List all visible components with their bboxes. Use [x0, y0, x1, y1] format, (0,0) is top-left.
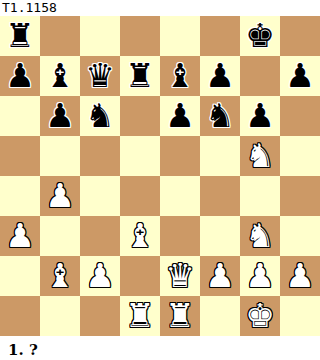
- square-c7[interactable]: ♛: [80, 56, 120, 96]
- square-h6[interactable]: [280, 96, 320, 136]
- square-d7[interactable]: ♜: [120, 56, 160, 96]
- square-h8[interactable]: [280, 16, 320, 56]
- square-b7[interactable]: ♝: [40, 56, 80, 96]
- square-c2[interactable]: ♟: [80, 256, 120, 296]
- piece-white-pawn: ♟: [45, 176, 75, 216]
- square-g2[interactable]: ♟: [240, 256, 280, 296]
- piece-white-queen: ♛: [165, 256, 195, 296]
- square-c3[interactable]: [80, 216, 120, 256]
- square-a5[interactable]: [0, 136, 40, 176]
- piece-black-pawn: ♟: [165, 96, 195, 136]
- piece-black-rook: ♜: [5, 16, 35, 56]
- piece-white-king: ♚: [245, 296, 275, 336]
- piece-black-pawn: ♟: [45, 96, 75, 136]
- square-a7[interactable]: ♟: [0, 56, 40, 96]
- square-b1[interactable]: [40, 296, 80, 336]
- square-f7[interactable]: ♟: [200, 56, 240, 96]
- square-e1[interactable]: ♜: [160, 296, 200, 336]
- square-a3[interactable]: ♟: [0, 216, 40, 256]
- square-c8[interactable]: [80, 16, 120, 56]
- piece-white-knight: ♞: [245, 216, 275, 256]
- square-f4[interactable]: [200, 176, 240, 216]
- square-h4[interactable]: [280, 176, 320, 216]
- piece-black-bishop: ♝: [165, 56, 195, 96]
- square-f2[interactable]: ♟: [200, 256, 240, 296]
- piece-white-pawn: ♟: [5, 216, 35, 256]
- square-d6[interactable]: [120, 96, 160, 136]
- square-d5[interactable]: [120, 136, 160, 176]
- square-g6[interactable]: ♟: [240, 96, 280, 136]
- chess-board: ♜♚♟♝♛♜♝♟♟♟♞♟♞♟♞♟♟♝♞♝♟♛♟♟♟♜♜♚: [0, 16, 320, 336]
- square-e2[interactable]: ♛: [160, 256, 200, 296]
- piece-white-bishop: ♝: [125, 216, 155, 256]
- piece-black-knight: ♞: [85, 96, 115, 136]
- piece-black-pawn: ♟: [245, 96, 275, 136]
- piece-white-rook: ♜: [165, 296, 195, 336]
- piece-white-pawn: ♟: [85, 256, 115, 296]
- square-b8[interactable]: [40, 16, 80, 56]
- square-b3[interactable]: [40, 216, 80, 256]
- square-a4[interactable]: [0, 176, 40, 216]
- square-g7[interactable]: [240, 56, 280, 96]
- piece-white-knight: ♞: [245, 136, 275, 176]
- piece-black-knight: ♞: [205, 96, 235, 136]
- square-c6[interactable]: ♞: [80, 96, 120, 136]
- piece-white-pawn: ♟: [205, 256, 235, 296]
- piece-white-bishop: ♝: [45, 256, 75, 296]
- square-g8[interactable]: ♚: [240, 16, 280, 56]
- square-e7[interactable]: ♝: [160, 56, 200, 96]
- square-f6[interactable]: ♞: [200, 96, 240, 136]
- square-h2[interactable]: ♟: [280, 256, 320, 296]
- square-b5[interactable]: [40, 136, 80, 176]
- piece-black-rook: ♜: [125, 56, 155, 96]
- square-d4[interactable]: [120, 176, 160, 216]
- piece-black-queen: ♛: [85, 56, 115, 96]
- piece-white-rook: ♜: [125, 296, 155, 336]
- square-d2[interactable]: [120, 256, 160, 296]
- square-e3[interactable]: [160, 216, 200, 256]
- square-h5[interactable]: [280, 136, 320, 176]
- piece-white-pawn: ♟: [245, 256, 275, 296]
- piece-black-pawn: ♟: [285, 56, 315, 96]
- square-h3[interactable]: [280, 216, 320, 256]
- square-e8[interactable]: [160, 16, 200, 56]
- square-b2[interactable]: ♝: [40, 256, 80, 296]
- square-f3[interactable]: [200, 216, 240, 256]
- piece-black-bishop: ♝: [45, 56, 75, 96]
- square-d3[interactable]: ♝: [120, 216, 160, 256]
- piece-black-king: ♚: [245, 16, 275, 56]
- square-f1[interactable]: [200, 296, 240, 336]
- square-c5[interactable]: [80, 136, 120, 176]
- square-a1[interactable]: [0, 296, 40, 336]
- square-b6[interactable]: ♟: [40, 96, 80, 136]
- square-g4[interactable]: [240, 176, 280, 216]
- square-a8[interactable]: ♜: [0, 16, 40, 56]
- piece-black-pawn: ♟: [205, 56, 235, 96]
- square-h7[interactable]: ♟: [280, 56, 320, 96]
- square-h1[interactable]: [280, 296, 320, 336]
- piece-white-pawn: ♟: [285, 256, 315, 296]
- square-g5[interactable]: ♞: [240, 136, 280, 176]
- square-g1[interactable]: ♚: [240, 296, 280, 336]
- square-e5[interactable]: [160, 136, 200, 176]
- square-f5[interactable]: [200, 136, 240, 176]
- square-g3[interactable]: ♞: [240, 216, 280, 256]
- move-prompt: 1. ?: [0, 336, 320, 359]
- square-d8[interactable]: [120, 16, 160, 56]
- square-e6[interactable]: ♟: [160, 96, 200, 136]
- square-a6[interactable]: [0, 96, 40, 136]
- square-e4[interactable]: [160, 176, 200, 216]
- square-c1[interactable]: [80, 296, 120, 336]
- square-a2[interactable]: [0, 256, 40, 296]
- square-d1[interactable]: ♜: [120, 296, 160, 336]
- puzzle-id-title: T1.1158: [0, 0, 320, 16]
- square-b4[interactable]: ♟: [40, 176, 80, 216]
- piece-black-pawn: ♟: [5, 56, 35, 96]
- square-c4[interactable]: [80, 176, 120, 216]
- square-f8[interactable]: [200, 16, 240, 56]
